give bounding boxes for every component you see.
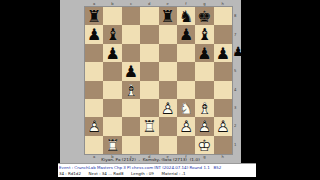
black-pawn-a7: ♟ bbox=[85, 25, 103, 43]
chessboard: ♜♜♞♚♟♝♟♝♟♟♟♟♝♗♟♙♞♘♝♗♟♙♜♖♟♙♟♙♟♙♜♖♚♔ bbox=[84, 6, 233, 155]
square-e5 bbox=[159, 62, 177, 80]
rank-labels-right: 87654321 bbox=[234, 7, 236, 154]
square-e7 bbox=[159, 25, 177, 43]
square-d6 bbox=[140, 44, 158, 62]
square-a5 bbox=[85, 62, 103, 80]
square-h5 bbox=[214, 62, 232, 80]
white-pawn-h2: ♟♙ bbox=[214, 117, 232, 135]
black-rook-e8: ♜ bbox=[159, 7, 177, 25]
square-g7: ♝ bbox=[195, 25, 213, 43]
square-g8: ♚ bbox=[195, 7, 213, 25]
black-pawn-g6: ♟ bbox=[195, 44, 213, 62]
square-c3 bbox=[122, 99, 140, 117]
black-king-g8: ♚ bbox=[195, 7, 213, 25]
rank-label-3: 3 bbox=[234, 99, 236, 117]
square-c4: ♝♗ bbox=[122, 81, 140, 99]
square-f7: ♟ bbox=[177, 25, 195, 43]
square-a1 bbox=[85, 136, 103, 154]
square-e3: ♟♙ bbox=[159, 99, 177, 117]
captured-pawn-icon: ♟ bbox=[231, 44, 245, 59]
square-g4 bbox=[195, 81, 213, 99]
white-knight-f3: ♞♘ bbox=[177, 99, 195, 117]
square-b8 bbox=[103, 7, 121, 25]
square-c2 bbox=[122, 117, 140, 135]
white-bishop-c4: ♝♗ bbox=[122, 81, 140, 99]
rank-label-1: 1 bbox=[234, 136, 236, 154]
square-g5 bbox=[195, 62, 213, 80]
square-a3 bbox=[85, 99, 103, 117]
square-f6 bbox=[177, 44, 195, 62]
rank-label-7: 7 bbox=[234, 25, 236, 43]
black-pawn-c5: ♟ bbox=[122, 62, 140, 80]
square-b2 bbox=[103, 117, 121, 135]
black-rook-a8: ♜ bbox=[85, 7, 103, 25]
rank-label-4: 4 bbox=[234, 80, 236, 98]
square-a8: ♜ bbox=[85, 7, 103, 25]
square-c1 bbox=[122, 136, 140, 154]
white-pawn-f2: ♟♙ bbox=[177, 117, 195, 135]
square-f4 bbox=[177, 81, 195, 99]
white-pawn-g2: ♟♙ bbox=[195, 117, 213, 135]
square-g6: ♟ bbox=[195, 44, 213, 62]
square-c7 bbox=[122, 25, 140, 43]
square-h2: ♟♙ bbox=[214, 117, 232, 135]
square-f5 bbox=[177, 62, 195, 80]
black-pawn-b6: ♟ bbox=[103, 44, 121, 62]
square-h6: ♟ bbox=[214, 44, 232, 62]
square-d2: ♜♖ bbox=[140, 117, 158, 135]
square-b6: ♟ bbox=[103, 44, 121, 62]
square-h1 bbox=[214, 136, 232, 154]
square-e1 bbox=[159, 136, 177, 154]
square-f8: ♞ bbox=[177, 7, 195, 25]
square-d4 bbox=[140, 81, 158, 99]
square-h3 bbox=[214, 99, 232, 117]
square-f1 bbox=[177, 136, 195, 154]
square-g2: ♟♙ bbox=[195, 117, 213, 135]
white-pawn-a2: ♟♙ bbox=[85, 117, 103, 135]
square-e8: ♜ bbox=[159, 7, 177, 25]
square-d7 bbox=[140, 25, 158, 43]
square-f3: ♞♘ bbox=[177, 99, 195, 117]
square-d5 bbox=[140, 62, 158, 80]
rank-label-2: 2 bbox=[234, 117, 236, 135]
black-pawn-f7: ♟ bbox=[177, 25, 195, 43]
square-a6 bbox=[85, 44, 103, 62]
square-g1: ♚♔ bbox=[195, 136, 213, 154]
white-rook-b1: ♜♖ bbox=[103, 136, 121, 154]
square-c5: ♟ bbox=[122, 62, 140, 80]
square-b4 bbox=[103, 81, 121, 99]
square-h7 bbox=[214, 25, 232, 43]
square-e2 bbox=[159, 117, 177, 135]
square-a2: ♟♙ bbox=[85, 117, 103, 135]
square-b7: ♝ bbox=[103, 25, 121, 43]
square-f2: ♟♙ bbox=[177, 117, 195, 135]
video-frame[interactable]: abcdefgh ♜♜♞♚♟♝♟♝♟♟♟♟♝♗♟♙♞♘♝♗♟♙♜♖♟♙♟♙♟♙♜… bbox=[0, 0, 320, 180]
square-e6 bbox=[159, 44, 177, 62]
square-c6 bbox=[122, 44, 140, 62]
square-d8 bbox=[140, 7, 158, 25]
white-rook-d2: ♜♖ bbox=[140, 117, 158, 135]
event-line: Event : CrunchLab Masters Chp 3 Pl chess… bbox=[59, 165, 255, 169]
square-h4 bbox=[214, 81, 232, 99]
rank-label-5: 5 bbox=[234, 62, 236, 80]
move-line: 34 : Rd1d2 Next : 34 ... Rad8 Length : 0… bbox=[59, 171, 255, 175]
square-c8 bbox=[122, 7, 140, 25]
black-bishop-b7: ♝ bbox=[103, 25, 121, 43]
white-bishop-g3: ♝♗ bbox=[195, 99, 213, 117]
square-g3: ♝♗ bbox=[195, 99, 213, 117]
white-pawn-e3: ♟♙ bbox=[159, 99, 177, 117]
square-a7: ♟ bbox=[85, 25, 103, 43]
square-e4 bbox=[159, 81, 177, 99]
square-b1: ♜♖ bbox=[103, 136, 121, 154]
black-pawn-h6: ♟ bbox=[214, 44, 232, 62]
square-b5 bbox=[103, 62, 121, 80]
black-knight-f8: ♞ bbox=[177, 7, 195, 25]
white-king-g1: ♚♔ bbox=[195, 136, 213, 154]
square-d3 bbox=[140, 99, 158, 117]
square-a4 bbox=[85, 81, 103, 99]
square-b3 bbox=[103, 99, 121, 117]
game-info-box: Event : CrunchLab Masters Chp 3 Pl chess… bbox=[58, 163, 256, 177]
players-line: Kiyan, Pa (2132) - Kamsky, Gata (2713) (… bbox=[60, 157, 241, 162]
black-bishop-g7: ♝ bbox=[195, 25, 213, 43]
rank-label-8: 8 bbox=[234, 7, 236, 25]
square-h8 bbox=[214, 7, 232, 25]
square-d1 bbox=[140, 136, 158, 154]
